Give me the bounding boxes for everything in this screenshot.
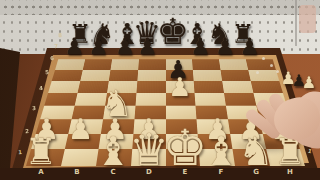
square-a7[interactable] xyxy=(52,70,83,81)
square-c7[interactable] xyxy=(109,70,138,81)
rank-label-4: 4 xyxy=(39,85,43,91)
rank-label-5: 5 xyxy=(45,69,49,75)
square-h6[interactable] xyxy=(251,81,283,93)
square-a6[interactable] xyxy=(48,81,80,93)
piece-white-pawn-b2[interactable]: ♟ xyxy=(68,116,94,145)
rank-label-6: 6 xyxy=(50,55,54,61)
square-a5[interactable] xyxy=(44,93,77,106)
piece-black-pawn-b7[interactable]: ♟ xyxy=(88,35,108,58)
square-d5[interactable] xyxy=(135,93,165,106)
square-f8[interactable] xyxy=(192,59,220,70)
table-speck xyxy=(262,57,265,60)
square-b8[interactable] xyxy=(83,59,112,70)
piece-black-pawn-d7[interactable]: ♟ xyxy=(137,35,157,58)
piece-black-pawn-h7[interactable]: ♟ xyxy=(240,35,260,58)
square-d7[interactable] xyxy=(137,70,165,81)
square-d8[interactable] xyxy=(138,59,166,70)
piece-white-bishop-f1[interactable]: ♝ xyxy=(203,131,239,171)
square-b1[interactable] xyxy=(61,149,98,166)
piece-black-pawn-f7[interactable]: ♟ xyxy=(190,35,210,58)
square-f6[interactable] xyxy=(194,81,224,93)
square-g7[interactable] xyxy=(221,70,251,81)
table-speck xyxy=(270,64,273,67)
rank-label-8: 8 xyxy=(58,32,62,38)
square-f5[interactable] xyxy=(195,93,226,106)
piece-black-pawn-g7[interactable]: ♟ xyxy=(215,35,235,58)
rank-label-3: 3 xyxy=(32,105,36,111)
wall-seam xyxy=(295,0,297,46)
file-label-B: B xyxy=(74,168,79,176)
rank-label-7: 7 xyxy=(54,43,58,49)
table-speck xyxy=(256,71,259,74)
square-g5[interactable] xyxy=(224,93,256,106)
wall-object xyxy=(299,5,316,33)
square-c8[interactable] xyxy=(110,59,138,70)
piece-black-pawn-c7[interactable]: ♟ xyxy=(115,35,135,58)
piece-white-pawn-e4[interactable]: ♟ xyxy=(168,75,191,101)
piece-white-knight-g1[interactable]: ♞ xyxy=(238,131,274,171)
piece-black-pawn-a7[interactable]: ♟ xyxy=(64,35,84,58)
piece-white-king-e1[interactable]: ♚ xyxy=(163,123,208,173)
square-b7[interactable] xyxy=(80,70,110,81)
square-a8[interactable] xyxy=(55,59,85,70)
rank-label-1: 1 xyxy=(18,149,22,155)
square-d6[interactable] xyxy=(136,81,165,93)
square-h7[interactable] xyxy=(248,70,279,81)
piece-white-pawn-captured[interactable]: ♟ xyxy=(302,75,316,91)
table-speck xyxy=(276,70,279,73)
piece-white-rook-a1[interactable]: ♜ xyxy=(25,134,57,170)
piece-white-bishop-c1[interactable]: ♝ xyxy=(95,131,131,171)
square-f7[interactable] xyxy=(193,70,222,81)
square-g8[interactable] xyxy=(219,59,248,70)
square-e4[interactable] xyxy=(166,106,197,120)
chess-photo-scene: ABCDEFGH123456781 ♜♞♝♛♚♝♞♜♟♟♟♟♟♟♟♟♟♞♟♟♟♟… xyxy=(0,0,320,180)
square-g6[interactable] xyxy=(222,81,253,93)
